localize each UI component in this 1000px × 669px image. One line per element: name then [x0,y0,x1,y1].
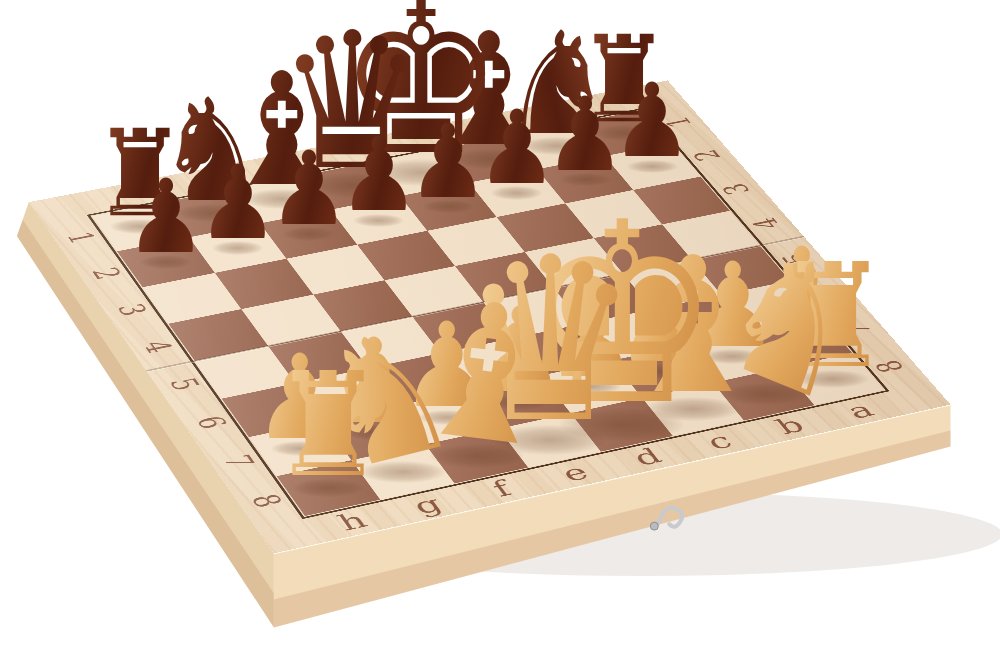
rank-label-left-6: 6 [185,409,237,437]
piece-dark-pawn-d2[interactable]: ♟ [408,111,488,213]
rank-label-left-3: 3 [106,297,156,323]
piece-dark-pawn-g2[interactable]: ♟ [197,152,277,254]
piece-dark-pawn-f2[interactable]: ♟ [268,138,348,240]
rank-label-left-4: 4 [132,334,183,361]
rank-label-left-5: 5 [158,371,209,398]
piece-dark-pawn-h2[interactable]: ♟ [126,166,206,268]
piece-dark-pawn-e2[interactable]: ♟ [338,124,418,226]
clasp-screw-icon [650,522,658,530]
piece-light-rook-h8[interactable]: ♜ [272,353,386,497]
chess-set-photo: 1122334455667788hgfedcba ♜♞♝♛♚♝♞♜♟♟♟♟♟♟♟… [0,0,1000,669]
rank-label-left-2: 2 [81,261,131,287]
